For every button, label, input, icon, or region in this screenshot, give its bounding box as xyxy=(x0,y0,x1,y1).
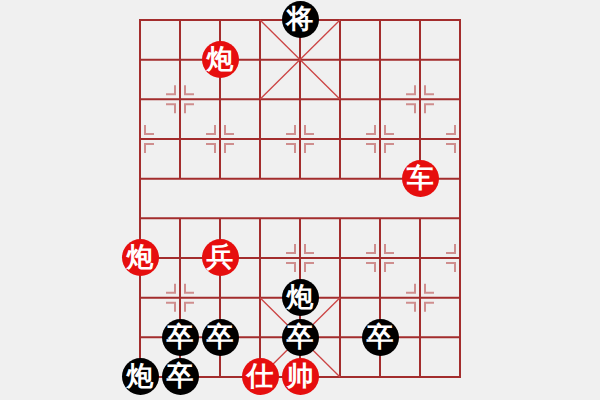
piece-red-advisor[interactable]: 仕 xyxy=(242,358,279,395)
piece-black-cannon[interactable]: 炮 xyxy=(122,358,159,395)
piece-black-soldier[interactable]: 卒 xyxy=(362,319,399,356)
piece-black-soldier[interactable]: 卒 xyxy=(162,358,199,395)
piece-red-cannon[interactable]: 炮 xyxy=(202,41,239,78)
piece-black-soldier[interactable]: 卒 xyxy=(202,319,239,356)
piece-black-soldier[interactable]: 卒 xyxy=(162,319,199,356)
xiangqi-board[interactable]: 将炮车炮兵炮卒卒卒卒炮卒仕帅 xyxy=(120,0,480,397)
piece-black-soldier[interactable]: 卒 xyxy=(282,319,319,356)
xiangqi-board-page: 将炮车炮兵炮卒卒卒卒炮卒仕帅 xyxy=(0,0,600,400)
piece-black-general[interactable]: 将 xyxy=(282,1,319,38)
piece-red-chariot[interactable]: 车 xyxy=(402,160,439,197)
piece-red-cannon[interactable]: 炮 xyxy=(122,239,159,276)
piece-black-cannon[interactable]: 炮 xyxy=(282,279,319,316)
piece-red-general[interactable]: 帅 xyxy=(282,358,319,395)
piece-red-soldier[interactable]: 兵 xyxy=(202,239,239,276)
